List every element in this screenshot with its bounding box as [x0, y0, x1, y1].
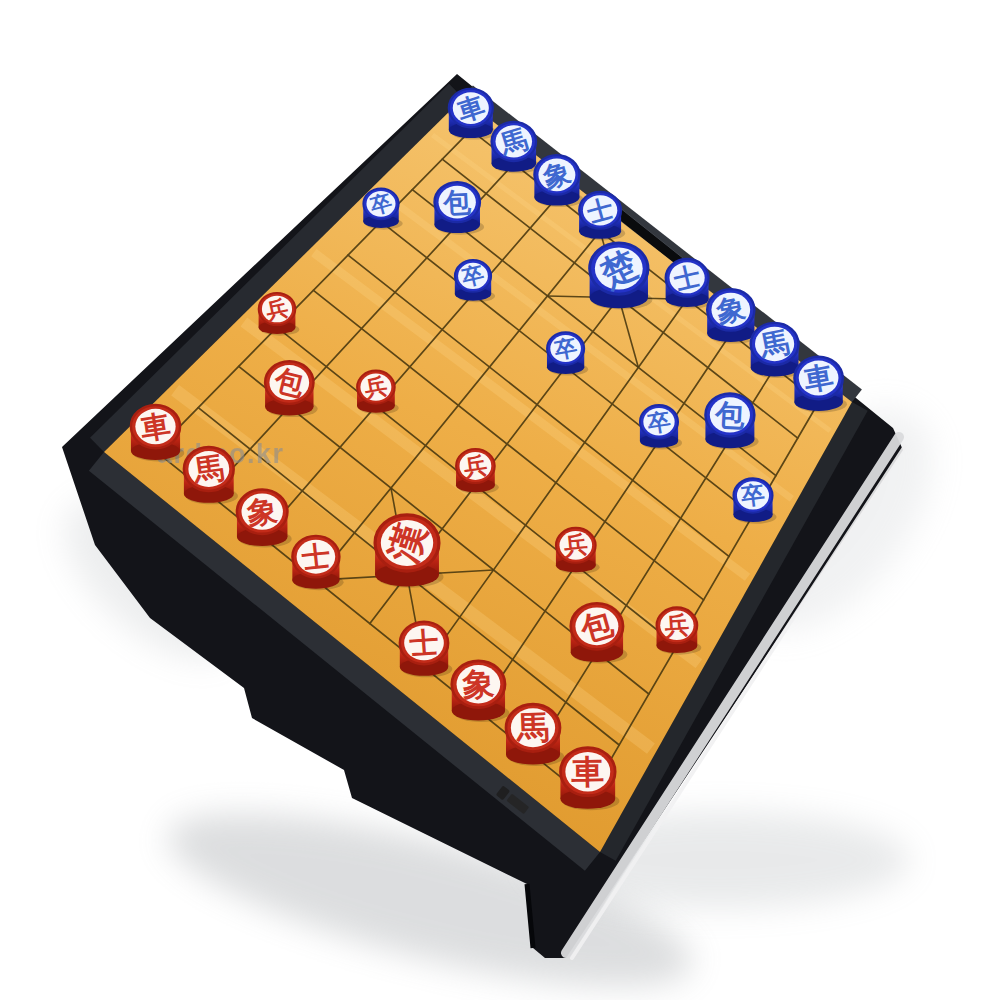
- piece-glyph: 車: [570, 752, 604, 792]
- piece-han-cannon[interactable]: 包: [571, 603, 628, 663]
- piece-han-king[interactable]: 漢: [375, 515, 443, 588]
- piece-glyph: 包: [442, 185, 473, 218]
- piece-cho-elephant[interactable]: 象: [707, 289, 758, 343]
- piece-glyph: 士: [299, 538, 332, 575]
- piece-cho-horse[interactable]: 馬: [492, 122, 541, 173]
- piece-cho-cannon[interactable]: 包: [434, 182, 484, 235]
- piece-glyph: 兵: [461, 451, 489, 481]
- piece-glyph: 兵: [562, 530, 589, 560]
- piece-han-cannon[interactable]: 包: [265, 361, 318, 417]
- piece-han-horse[interactable]: 馬: [506, 704, 564, 766]
- piece-glyph: 士: [407, 625, 439, 661]
- piece-glyph: 象: [244, 492, 279, 531]
- piece-glyph: 卒: [739, 480, 767, 511]
- piece-glyph: 馬: [514, 708, 550, 747]
- piece-han-chariot[interactable]: 車: [131, 405, 184, 462]
- piece-glyph: 卒: [645, 407, 673, 437]
- piece-cho-king[interactable]: 楚: [590, 242, 653, 309]
- piece-glyph: 車: [137, 407, 173, 446]
- piece-cho-horse[interactable]: 馬: [751, 323, 803, 378]
- piece-cho-elephant[interactable]: 象: [534, 155, 583, 207]
- piece-glyph: 象: [460, 664, 495, 704]
- scene: ard.co.kr 車馬象卒包士卒楚士兵象卒馬車兵包包卒車兵馬卒象兵漢士兵包士象…: [0, 0, 1000, 1000]
- piece-han-chariot[interactable]: 車: [560, 748, 619, 811]
- piece-glyph: 包: [713, 397, 746, 434]
- piece-han-guard[interactable]: 士: [292, 536, 343, 590]
- piece-cho-chariot[interactable]: 車: [449, 89, 497, 140]
- piece-glyph: 兵: [361, 372, 389, 402]
- piece-cho-guard[interactable]: 士: [666, 259, 713, 309]
- piece-glyph: 兵: [663, 610, 691, 641]
- piece-han-elephant[interactable]: 象: [452, 661, 510, 722]
- piece-han-guard[interactable]: 士: [400, 622, 453, 678]
- piece-cho-cannon[interactable]: 包: [705, 393, 758, 449]
- piece-han-elephant[interactable]: 象: [237, 489, 292, 547]
- piece-glyph: 車: [800, 359, 835, 398]
- piece-cho-chariot[interactable]: 車: [794, 357, 847, 413]
- piece-glyph: 馬: [191, 450, 227, 489]
- piece-han-horse[interactable]: 馬: [184, 447, 238, 504]
- product-photo: ard.co.kr 車馬象卒包士卒楚士兵象卒馬車兵包包卒車兵馬卒象兵漢士兵包士象…: [0, 0, 1000, 1000]
- piece-glyph: 卒: [551, 334, 579, 364]
